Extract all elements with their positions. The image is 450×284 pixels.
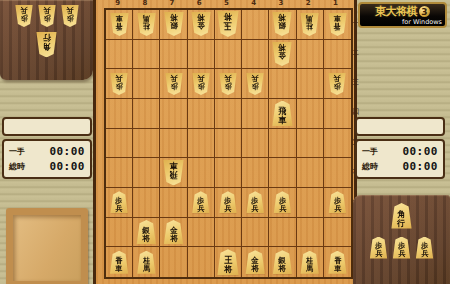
file-label-8: 8 <box>142 0 147 7</box>
sente-piece-gold[interactable]: 金将 <box>245 250 265 274</box>
sente-time-panel: 一手 00:00 総時 00:00 <box>355 139 445 179</box>
board-cell-7-6[interactable]: 飛車 <box>160 158 187 188</box>
logo-title-row: 東大将棋 3 <box>363 4 442 19</box>
board-cell-4-9[interactable]: 金将 <box>242 247 269 277</box>
board-cell-9-8[interactable] <box>106 218 133 248</box>
board-cell-8-5[interactable] <box>133 129 160 159</box>
game-screen: { "game": "shogi", "app": { "logo_title"… <box>0 0 450 284</box>
logo-version-badge: 3 <box>419 6 430 17</box>
sente-piece-pawn[interactable]: 歩兵 <box>370 237 388 259</box>
board-cell-9-6[interactable] <box>106 158 133 188</box>
gote-time-panel: 一手 00:00 総時 00:00 <box>2 139 92 179</box>
board-cell-9-9[interactable]: 香車 <box>106 247 133 277</box>
board-cell-5-7[interactable]: 歩兵 <box>215 188 242 218</box>
board-cell-6-8[interactable] <box>188 218 215 248</box>
gote-move-time-row: 一手 00:00 <box>9 144 85 159</box>
file-label-5: 5 <box>224 0 229 7</box>
sente-piece-pawn[interactable]: 歩兵 <box>328 191 346 213</box>
board-cell-4-2[interactable] <box>242 40 269 70</box>
board-cell-3-9[interactable]: 銀将 <box>269 247 296 277</box>
gote-piece-stand: 歩兵歩兵歩兵 角行 <box>0 0 93 80</box>
board-cell-1-3[interactable]: 歩兵 <box>324 69 351 99</box>
file-label-9: 9 <box>115 0 120 7</box>
gote-clock: 一手 00:00 総時 00:00 <box>2 117 92 179</box>
board-cell-5-9[interactable]: 王将 <box>215 247 242 277</box>
sente-piece-king[interactable]: 王将 <box>217 249 239 275</box>
board-cell-3-8[interactable] <box>269 218 296 248</box>
total-time-value: 00:00 <box>49 160 85 173</box>
board-cell-7-9[interactable] <box>160 247 187 277</box>
board-cell-5-4[interactable] <box>215 99 242 129</box>
total-time-label: 総時 <box>9 161 25 172</box>
move-time-label: 一手 <box>9 146 25 157</box>
gote-piece-pawn[interactable]: 歩兵 <box>38 5 56 27</box>
board-cell-1-6[interactable] <box>324 158 351 188</box>
board-cell-7-4[interactable] <box>160 99 187 129</box>
sente-clock: 一手 00:00 総時 00:00 <box>355 117 445 179</box>
board-cell-1-5[interactable] <box>324 129 351 159</box>
board-cell-2-4[interactable] <box>297 99 324 129</box>
board-cell-9-2[interactable] <box>106 40 133 70</box>
board-cell-4-6[interactable] <box>242 158 269 188</box>
board-cell-1-1[interactable]: 香車 <box>324 10 351 40</box>
gote-piece-king[interactable]: 玉将 <box>217 11 239 37</box>
file-label-6: 6 <box>197 0 202 7</box>
board-cell-9-3[interactable]: 歩兵 <box>106 69 133 99</box>
gote-piece-lance[interactable]: 香車 <box>328 13 347 36</box>
board-cell-2-9[interactable]: 桂馬 <box>297 247 324 277</box>
board-cell-5-8[interactable] <box>215 218 242 248</box>
board-cell-6-7[interactable]: 歩兵 <box>188 188 215 218</box>
sente-total-time-row: 総時 00:00 <box>362 159 438 174</box>
sente-hand-row-2: 歩兵歩兵歩兵 <box>353 237 450 259</box>
board-cell-3-3[interactable] <box>269 69 296 99</box>
board-cell-1-4[interactable] <box>324 99 351 129</box>
gote-piece-pawn[interactable]: 歩兵 <box>192 73 210 95</box>
board-cell-8-6[interactable] <box>133 158 160 188</box>
total-time-value: 00:00 <box>402 160 438 173</box>
sente-piece-pawn[interactable]: 歩兵 <box>246 191 264 213</box>
board-cell-3-5[interactable] <box>269 129 296 159</box>
gote-piece-gold[interactable]: 金将 <box>272 42 292 66</box>
board-cell-6-4[interactable] <box>188 99 215 129</box>
board-cell-8-8[interactable]: 銀将 <box>133 218 160 248</box>
move-time-value: 00:00 <box>402 145 438 158</box>
logo-title: 東大将棋 <box>375 4 417 19</box>
board-cell-9-5[interactable] <box>106 129 133 159</box>
gote-piece-gold[interactable]: 金将 <box>191 12 211 36</box>
board-cell-4-5[interactable] <box>242 129 269 159</box>
board-cell-2-8[interactable] <box>297 218 324 248</box>
board-cell-2-5[interactable] <box>297 129 324 159</box>
board-cell-6-5[interactable] <box>188 129 215 159</box>
rank-label-2: 二 <box>352 48 359 58</box>
gote-piece-pawn[interactable]: 歩兵 <box>328 73 346 95</box>
sente-hand-row-1: 角行 <box>353 203 450 229</box>
sente-nameplate <box>355 117 445 136</box>
empty-wooden-tray <box>6 208 88 284</box>
gote-piece-pawn[interactable]: 歩兵 <box>15 5 33 27</box>
board-cell-5-3[interactable]: 歩兵 <box>215 69 242 99</box>
board-cell-6-3[interactable]: 歩兵 <box>188 69 215 99</box>
board-cell-7-7[interactable] <box>160 188 187 218</box>
board-cell-9-7[interactable]: 歩兵 <box>106 188 133 218</box>
board-cell-9-4[interactable] <box>106 99 133 129</box>
gote-total-time-row: 総時 00:00 <box>9 159 85 174</box>
board-cell-6-9[interactable] <box>188 247 215 277</box>
board-cell-5-6[interactable] <box>215 158 242 188</box>
file-label-1: 1 <box>333 0 338 7</box>
gote-hand-row-2: 角行 <box>0 32 93 58</box>
board-cell-3-4[interactable]: 飛車 <box>269 99 296 129</box>
board-cell-7-8[interactable]: 金将 <box>160 218 187 248</box>
gote-piece-lance[interactable]: 香車 <box>110 13 129 36</box>
board-cell-2-2[interactable] <box>297 40 324 70</box>
board-cell-8-7[interactable] <box>133 188 160 218</box>
board-cell-4-4[interactable] <box>242 99 269 129</box>
board-cell-2-1[interactable]: 桂馬 <box>297 10 324 40</box>
file-label-2: 2 <box>306 0 311 7</box>
move-time-value: 00:00 <box>49 145 85 158</box>
logo-subtitle: for Windows <box>363 19 442 26</box>
gote-piece-pawn[interactable]: 歩兵 <box>61 5 79 27</box>
board-cell-4-8[interactable] <box>242 218 269 248</box>
board-cell-7-1[interactable]: 銀将 <box>160 10 187 40</box>
gote-piece-silver[interactable]: 銀将 <box>164 12 184 36</box>
sente-piece-silver[interactable]: 銀将 <box>136 220 156 244</box>
sente-piece-pawn[interactable]: 歩兵 <box>192 191 210 213</box>
file-labels: 987654321 <box>104 0 349 8</box>
board-cell-8-2[interactable] <box>133 40 160 70</box>
board-cell-4-3[interactable]: 歩兵 <box>242 69 269 99</box>
board-cell-3-1[interactable]: 銀将 <box>269 10 296 40</box>
board-cell-3-2[interactable]: 金将 <box>269 40 296 70</box>
rank-label-3: 三 <box>352 77 359 87</box>
board-cell-6-1[interactable]: 金将 <box>188 10 215 40</box>
sente-piece-pawn[interactable]: 歩兵 <box>110 191 128 213</box>
board-cell-1-7[interactable]: 歩兵 <box>324 188 351 218</box>
gote-piece-knight[interactable]: 桂馬 <box>137 13 156 36</box>
sente-piece-gold[interactable]: 金将 <box>164 220 184 244</box>
sente-piece-pawn[interactable]: 歩兵 <box>393 237 411 259</box>
board-cell-6-6[interactable] <box>188 158 215 188</box>
gote-piece-pawn[interactable]: 歩兵 <box>219 73 237 95</box>
gote-piece-pawn[interactable]: 歩兵 <box>110 73 128 95</box>
gote-piece-pawn[interactable]: 歩兵 <box>246 73 264 95</box>
board-cell-8-1[interactable]: 桂馬 <box>133 10 160 40</box>
sente-piece-pawn[interactable]: 歩兵 <box>273 191 291 213</box>
board-cell-8-9[interactable]: 桂馬 <box>133 247 160 277</box>
board-cell-5-5[interactable] <box>215 129 242 159</box>
move-time-label: 一手 <box>362 146 378 157</box>
sente-piece-pawn[interactable]: 歩兵 <box>219 191 237 213</box>
board-cell-1-9[interactable]: 香車 <box>324 247 351 277</box>
board-cell-5-1[interactable]: 玉将 <box>215 10 242 40</box>
gote-piece-silver[interactable]: 銀将 <box>272 12 292 36</box>
gote-piece-pawn[interactable]: 歩兵 <box>165 73 183 95</box>
board-cell-1-2[interactable] <box>324 40 351 70</box>
sente-piece-bishop[interactable]: 角行 <box>391 203 412 229</box>
board-cell-6-2[interactable] <box>188 40 215 70</box>
file-label-7: 7 <box>170 0 175 7</box>
board-cell-4-1[interactable] <box>242 10 269 40</box>
gote-piece-rook[interactable]: 飛車 <box>163 160 184 186</box>
board-cell-3-7[interactable]: 歩兵 <box>269 188 296 218</box>
board-cell-7-3[interactable]: 歩兵 <box>160 69 187 99</box>
sente-piece-pawn[interactable]: 歩兵 <box>416 237 434 259</box>
board-cell-2-3[interactable] <box>297 69 324 99</box>
file-label-4: 4 <box>251 0 256 7</box>
sente-piece-knight[interactable]: 桂馬 <box>137 251 156 274</box>
board-cell-4-7[interactable]: 歩兵 <box>242 188 269 218</box>
board-cell-8-3[interactable] <box>133 69 160 99</box>
rank-label-4: 四 <box>352 107 359 117</box>
file-label-3: 3 <box>279 0 284 7</box>
board-cell-2-6[interactable] <box>297 158 324 188</box>
gote-hand-row-1: 歩兵歩兵歩兵 <box>0 5 93 27</box>
sente-piece-rook[interactable]: 飛車 <box>272 101 293 127</box>
board-cell-9-1[interactable]: 香車 <box>106 10 133 40</box>
gote-piece-bishop[interactable]: 角行 <box>36 32 57 58</box>
board-cell-2-7[interactable] <box>297 188 324 218</box>
board-cell-7-5[interactable] <box>160 129 187 159</box>
board-cell-1-8[interactable] <box>324 218 351 248</box>
sente-piece-silver[interactable]: 銀将 <box>272 250 292 274</box>
sente-piece-knight[interactable]: 桂馬 <box>300 251 319 274</box>
sente-piece-lance[interactable]: 香車 <box>328 251 347 274</box>
board-cell-5-2[interactable] <box>215 40 242 70</box>
board-grid: 香車桂馬銀将金将玉将銀将桂馬香車金将歩兵歩兵歩兵歩兵歩兵歩兵飛車飛車歩兵歩兵歩兵… <box>104 8 353 279</box>
gote-piece-knight[interactable]: 桂馬 <box>300 13 319 36</box>
sente-piece-stand: 角行 歩兵歩兵歩兵 <box>353 195 450 284</box>
board-cell-8-4[interactable] <box>133 99 160 129</box>
total-time-label: 総時 <box>362 161 378 172</box>
shogi-board: 987654321 一二三四五六七八九 香車桂馬銀将金将玉将銀将桂馬香車金将歩兵… <box>93 0 357 284</box>
sente-piece-lance[interactable]: 香車 <box>110 251 129 274</box>
board-cell-3-6[interactable] <box>269 158 296 188</box>
app-logo: 東大将棋 3 for Windows <box>358 2 447 28</box>
gote-nameplate <box>2 117 92 136</box>
board-cell-7-2[interactable] <box>160 40 187 70</box>
sente-move-time-row: 一手 00:00 <box>362 144 438 159</box>
